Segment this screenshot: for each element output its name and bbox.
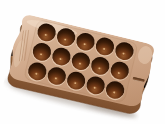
tray-svg <box>1 13 156 124</box>
scene <box>0 0 165 124</box>
mold-tray <box>1 13 156 124</box>
